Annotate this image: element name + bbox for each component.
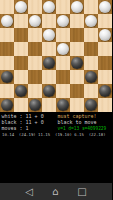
light-square[interactable] <box>70 14 84 28</box>
square-12[interactable] <box>0 70 14 84</box>
square-18[interactable] <box>56 42 70 56</box>
square-31[interactable] <box>42 0 56 14</box>
square-14[interactable] <box>70 56 84 70</box>
black-piece[interactable] <box>43 57 55 69</box>
light-square[interactable] <box>56 28 70 42</box>
light-square[interactable] <box>14 14 28 28</box>
square-17[interactable] <box>84 42 98 56</box>
light-square[interactable] <box>98 42 112 56</box>
light-square[interactable] <box>42 14 56 28</box>
light-square[interactable] <box>56 56 70 70</box>
square-11[interactable] <box>28 70 42 84</box>
light-square[interactable] <box>84 84 98 98</box>
light-square[interactable] <box>98 70 112 84</box>
black-piece[interactable] <box>85 71 97 83</box>
black-piece[interactable] <box>15 85 27 97</box>
square-22[interactable] <box>70 28 84 42</box>
square-13[interactable] <box>98 56 112 70</box>
square-27[interactable] <box>28 14 42 28</box>
square-7[interactable] <box>42 84 56 98</box>
app-screen: white : 11 + 0 black : 11 + 0 moves : 1 … <box>0 0 112 200</box>
light-square[interactable] <box>14 70 28 84</box>
square-28[interactable] <box>0 14 14 28</box>
android-nav-bar: ◁ ⌂ □ <box>0 183 112 200</box>
square-30[interactable] <box>70 0 84 14</box>
black-piece[interactable] <box>1 99 13 111</box>
square-29[interactable] <box>98 0 112 14</box>
black-piece[interactable] <box>43 85 55 97</box>
light-square[interactable] <box>0 56 14 70</box>
engine-info: v=1 d=13 s=4099229 <box>58 125 113 131</box>
square-19[interactable] <box>28 42 42 56</box>
light-square[interactable] <box>28 56 42 70</box>
white-piece[interactable] <box>29 15 41 27</box>
light-square[interactable] <box>84 28 98 42</box>
square-16[interactable] <box>14 56 28 70</box>
square-1[interactable] <box>84 98 98 112</box>
white-piece[interactable] <box>71 1 83 13</box>
square-10[interactable] <box>56 70 70 84</box>
light-square[interactable] <box>28 84 42 98</box>
light-square[interactable] <box>28 0 42 14</box>
white-piece[interactable] <box>43 29 55 41</box>
light-square[interactable] <box>0 0 14 14</box>
light-square[interactable] <box>0 28 14 42</box>
light-square[interactable] <box>28 28 42 42</box>
move-history: 10-14 (24-19) 11-15 (19-10) 6-15 (22-18) <box>0 132 112 138</box>
white-piece[interactable] <box>57 15 69 27</box>
black-piece[interactable] <box>1 71 13 83</box>
square-23[interactable] <box>42 28 56 42</box>
white-piece[interactable] <box>43 1 55 13</box>
white-piece[interactable] <box>15 1 27 13</box>
black-piece[interactable] <box>71 57 83 69</box>
square-25[interactable] <box>84 14 98 28</box>
light-square[interactable] <box>98 98 112 112</box>
light-square[interactable] <box>42 98 56 112</box>
back-icon[interactable]: ◁ <box>25 187 33 197</box>
light-square[interactable] <box>56 84 70 98</box>
square-3[interactable] <box>28 98 42 112</box>
black-piece[interactable] <box>99 85 111 97</box>
white-piece[interactable] <box>99 29 111 41</box>
light-square[interactable] <box>70 42 84 56</box>
light-square[interactable] <box>0 84 14 98</box>
light-square[interactable] <box>98 14 112 28</box>
home-icon[interactable]: ⌂ <box>52 187 58 197</box>
light-square[interactable] <box>14 42 28 56</box>
black-piece[interactable] <box>57 99 69 111</box>
checkers-board <box>0 0 112 112</box>
square-4[interactable] <box>0 98 14 112</box>
white-piece[interactable] <box>99 1 111 13</box>
moves-count: moves : 1 <box>2 125 58 131</box>
light-square[interactable] <box>14 98 28 112</box>
square-15[interactable] <box>42 56 56 70</box>
light-square[interactable] <box>56 0 70 14</box>
light-square[interactable] <box>70 70 84 84</box>
white-piece[interactable] <box>85 15 97 27</box>
recents-icon[interactable]: □ <box>77 187 86 197</box>
status-panel: white : 11 + 0 black : 11 + 0 moves : 1 … <box>0 112 112 162</box>
piece-counts: white : 11 + 0 black : 11 + 0 moves : 1 <box>0 113 58 131</box>
black-piece[interactable] <box>85 99 97 111</box>
square-5[interactable] <box>98 84 112 98</box>
game-state: must capture! black to move v=1 d=13 s=4… <box>58 113 113 131</box>
light-square[interactable] <box>42 70 56 84</box>
square-8[interactable] <box>14 84 28 98</box>
square-2[interactable] <box>56 98 70 112</box>
light-square[interactable] <box>84 0 98 14</box>
square-20[interactable] <box>0 42 14 56</box>
square-9[interactable] <box>84 70 98 84</box>
square-32[interactable] <box>14 0 28 14</box>
light-square[interactable] <box>42 42 56 56</box>
square-26[interactable] <box>56 14 70 28</box>
square-24[interactable] <box>14 28 28 42</box>
light-square[interactable] <box>70 98 84 112</box>
white-piece[interactable] <box>57 43 69 55</box>
square-6[interactable] <box>70 84 84 98</box>
light-square[interactable] <box>84 56 98 70</box>
white-piece[interactable] <box>1 15 13 27</box>
black-piece[interactable] <box>29 99 41 111</box>
square-21[interactable] <box>98 28 112 42</box>
